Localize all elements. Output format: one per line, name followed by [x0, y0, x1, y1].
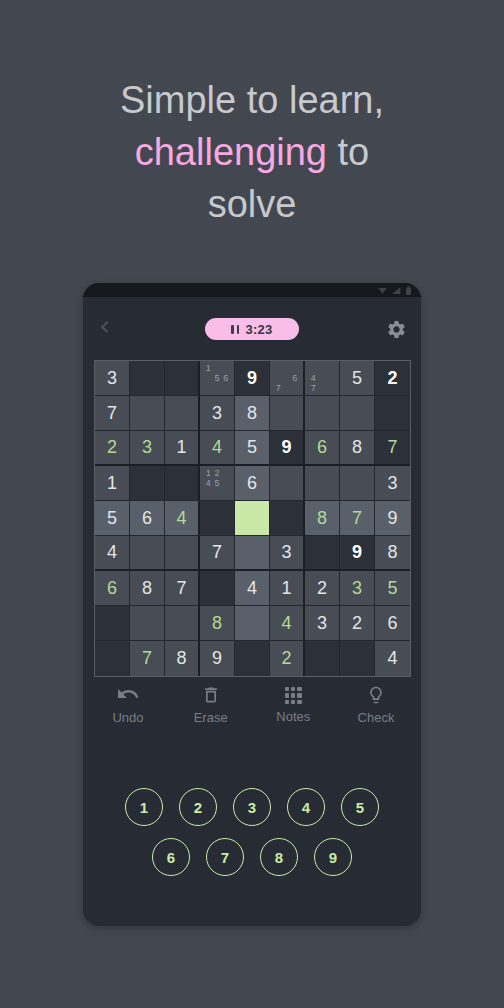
cell-digit: 4: [212, 437, 222, 458]
cell-digit: 7: [142, 648, 152, 669]
cell-r7c3[interactable]: 7: [165, 571, 200, 606]
cell-r5c2[interactable]: 6: [130, 501, 165, 536]
cell-r1c9[interactable]: 2: [375, 361, 410, 396]
cell-digit: 5: [387, 578, 397, 599]
cell-digit: 6: [317, 437, 327, 458]
cell-r7c8[interactable]: 3: [340, 571, 375, 606]
erase-button[interactable]: Erase: [180, 685, 242, 725]
cell-r3c5[interactable]: 5: [235, 431, 270, 466]
cell-digit: 6: [107, 578, 117, 599]
cell-r6c9[interactable]: 8: [375, 536, 410, 571]
cell-r3c3[interactable]: 1: [165, 431, 200, 466]
cell-digit: 6: [247, 473, 257, 494]
cell-digit: 3: [387, 473, 397, 494]
cell-digit: 7: [212, 542, 222, 563]
cell-r8c7[interactable]: 3: [305, 606, 340, 641]
cell-digit: 9: [281, 437, 291, 458]
cell-r5c3[interactable]: 4: [165, 501, 200, 536]
pause-icon: [231, 325, 239, 334]
cell-r5c8[interactable]: 7: [340, 501, 375, 536]
cell-digit: 2: [352, 613, 362, 634]
cell-digit: 3: [317, 613, 327, 634]
cell-digit: 3: [142, 437, 152, 458]
keypad-row-1: 12345: [83, 788, 421, 826]
cell-r4c1[interactable]: 1: [95, 466, 130, 501]
cell-r6c1[interactable]: 4: [95, 536, 130, 571]
cell-digit: 2: [107, 437, 117, 458]
cell-r5c6[interactable]: [270, 501, 305, 536]
cell-digit: 9: [387, 508, 397, 529]
hero-line-1: Simple to learn,: [0, 74, 504, 126]
cell-r8c1[interactable]: [95, 606, 130, 641]
hero-line-2: challenging to: [0, 126, 504, 178]
cell-digit: 6: [387, 613, 397, 634]
battery-icon: [406, 286, 411, 295]
check-button[interactable]: Check: [345, 685, 407, 725]
cell-digit: 4: [281, 613, 291, 634]
cell-r1c4[interactable]: 156: [200, 361, 235, 396]
undo-icon: [116, 685, 140, 705]
cell-digit: 8: [212, 613, 222, 634]
cell-r6c5[interactable]: [235, 536, 270, 571]
cell-r4c4[interactable]: 1245: [200, 466, 235, 501]
cell-r2c6[interactable]: [270, 396, 305, 431]
cell-r9c8[interactable]: [340, 641, 375, 676]
pencil-notes: 1245: [204, 468, 230, 498]
cell-digit: 3: [281, 542, 291, 563]
cell-digit: 2: [281, 648, 291, 669]
pencil-notes: 47: [309, 363, 335, 393]
erase-label: Erase: [194, 710, 228, 725]
keypad-5-button[interactable]: 5: [341, 788, 379, 826]
cell-r9c7[interactable]: [305, 641, 340, 676]
cell-r2c7[interactable]: [305, 396, 340, 431]
cell-r6c3[interactable]: [165, 536, 200, 571]
timer-value: 3:23: [245, 322, 272, 337]
notes-grid-icon: [285, 687, 302, 704]
toolbar: Undo Erase Notes Check: [83, 685, 421, 725]
check-label: Check: [358, 710, 395, 725]
cell-r7c1[interactable]: 6: [95, 571, 130, 606]
lightbulb-icon: [366, 685, 386, 705]
settings-button[interactable]: [386, 319, 407, 340]
cell-r1c7[interactable]: 47: [305, 361, 340, 396]
cell-r4c5[interactable]: 6: [235, 466, 270, 501]
cell-r8c8[interactable]: 2: [340, 606, 375, 641]
cell-digit: 9: [247, 368, 257, 389]
cell-digit: 2: [387, 368, 397, 389]
phone-mockup: 3:23 31569674752738231459687112456356487…: [83, 283, 421, 926]
cell-r9c5[interactable]: [235, 641, 270, 676]
keypad-7-button[interactable]: 7: [206, 838, 244, 876]
cell-r7c4[interactable]: [200, 571, 235, 606]
cell-digit: 2: [317, 578, 327, 599]
cell-r3c2[interactable]: 3: [130, 431, 165, 466]
cell-digit: 7: [352, 508, 362, 529]
cell-r8c4[interactable]: 8: [200, 606, 235, 641]
cell-r3c6[interactable]: 9: [270, 431, 305, 466]
cell-r9c4[interactable]: 9: [200, 641, 235, 676]
cell-r5c4[interactable]: [200, 501, 235, 536]
cell-r8c9[interactable]: 6: [375, 606, 410, 641]
cell-digit: 5: [107, 508, 117, 529]
cell-digit: 9: [212, 648, 222, 669]
cell-digit: 5: [352, 368, 362, 389]
cell-r2c5[interactable]: 8: [235, 396, 270, 431]
cell-r9c9[interactable]: 4: [375, 641, 410, 676]
cell-r2c3[interactable]: [165, 396, 200, 431]
cell-r3c7[interactable]: 6: [305, 431, 340, 466]
cell-r4c7[interactable]: [305, 466, 340, 501]
cell-r7c2[interactable]: 8: [130, 571, 165, 606]
cell-r6c2[interactable]: [130, 536, 165, 571]
cell-r6c7[interactable]: [305, 536, 340, 571]
notes-button[interactable]: Notes: [262, 685, 324, 725]
cell-r4c2[interactable]: [130, 466, 165, 501]
cell-r5c1[interactable]: 5: [95, 501, 130, 536]
cell-r6c4[interactable]: 7: [200, 536, 235, 571]
cell-r3c8[interactable]: 8: [340, 431, 375, 466]
cell-r6c8[interactable]: 9: [340, 536, 375, 571]
cell-digit: 7: [107, 403, 117, 424]
cell-r7c7[interactable]: 2: [305, 571, 340, 606]
cell-digit: 8: [176, 648, 186, 669]
cell-r5c5[interactable]: [235, 501, 270, 536]
cell-digit: 5: [247, 437, 257, 458]
cell-r2c2[interactable]: [130, 396, 165, 431]
cell-digit: 8: [352, 437, 362, 458]
keypad-8-button[interactable]: 8: [260, 838, 298, 876]
cell-digit: 4: [387, 648, 397, 669]
cell-r7c9[interactable]: 5: [375, 571, 410, 606]
cell-digit: 1: [281, 578, 291, 599]
pencil-notes: 156: [204, 363, 230, 393]
cell-r7c6[interactable]: 1: [270, 571, 305, 606]
cell-r9c6[interactable]: 2: [270, 641, 305, 676]
sudoku-board: 3156967475273823145968711245635648794739…: [94, 360, 411, 677]
cell-r5c9[interactable]: 9: [375, 501, 410, 536]
cell-r3c1[interactable]: 2: [95, 431, 130, 466]
back-button[interactable]: [97, 317, 121, 341]
cell-digit: 1: [176, 437, 186, 458]
timer-pill[interactable]: 3:23: [205, 318, 299, 340]
cell-digit: 1: [107, 473, 117, 494]
chevron-left-icon: [97, 319, 113, 339]
cell-r2c8[interactable]: [340, 396, 375, 431]
cell-digit: 3: [212, 403, 222, 424]
cell-digit: 8: [387, 542, 397, 563]
keypad-2-button[interactable]: 2: [179, 788, 217, 826]
keypad-row-2: 6789: [83, 838, 421, 876]
cell-r8c6[interactable]: 4: [270, 606, 305, 641]
keypad-1-button[interactable]: 1: [125, 788, 163, 826]
hero-title: Simple to learn, challenging to solve: [0, 74, 504, 230]
cell-digit: 6: [142, 508, 152, 529]
cell-r3c4[interactable]: 4: [200, 431, 235, 466]
cell-r1c1[interactable]: 3: [95, 361, 130, 396]
keypad-6-button[interactable]: 6: [152, 838, 190, 876]
cell-r4c8[interactable]: [340, 466, 375, 501]
undo-button[interactable]: Undo: [97, 685, 159, 725]
cell-digit: 3: [107, 368, 117, 389]
status-bar: [83, 283, 421, 297]
cell-digit: 8: [247, 403, 257, 424]
cell-r4c6[interactable]: [270, 466, 305, 501]
app-header: 3:23: [83, 313, 421, 345]
cell-r1c3[interactable]: [165, 361, 200, 396]
cell-r1c5[interactable]: 9: [235, 361, 270, 396]
cell-r4c3[interactable]: [165, 466, 200, 501]
cell-r9c2[interactable]: 7: [130, 641, 165, 676]
cell-r1c8[interactable]: 5: [340, 361, 375, 396]
trash-icon: [201, 685, 221, 705]
cell-r9c1[interactable]: [95, 641, 130, 676]
notes-label: Notes: [276, 709, 310, 724]
cell-r8c5[interactable]: [235, 606, 270, 641]
cell-r8c2[interactable]: [130, 606, 165, 641]
cell-r5c7[interactable]: 8: [305, 501, 340, 536]
cell-digit: 3: [352, 578, 362, 599]
cell-r9c3[interactable]: 8: [165, 641, 200, 676]
cell-r3c9[interactable]: 7: [375, 431, 410, 466]
cell-r1c2[interactable]: [130, 361, 165, 396]
cell-digit: 4: [107, 542, 117, 563]
wifi-icon: [378, 287, 387, 294]
cell-digit: 4: [176, 508, 186, 529]
undo-label: Undo: [112, 710, 143, 725]
cell-digit: 4: [247, 578, 257, 599]
gear-icon: [386, 326, 407, 343]
cell-r2c4[interactable]: 3: [200, 396, 235, 431]
pencil-notes: 67: [274, 363, 299, 393]
keypad-3-button[interactable]: 3: [233, 788, 271, 826]
cell-digit: 9: [352, 542, 362, 563]
cell-r7c5[interactable]: 4: [235, 571, 270, 606]
cell-digit: 7: [176, 578, 186, 599]
cell-r8c3[interactable]: [165, 606, 200, 641]
keypad-4-button[interactable]: 4: [287, 788, 325, 826]
cell-r2c9[interactable]: [375, 396, 410, 431]
keypad-9-button[interactable]: 9: [314, 838, 352, 876]
hero-line-3: solve: [0, 178, 504, 230]
cell-r2c1[interactable]: 7: [95, 396, 130, 431]
cell-digit: 8: [142, 578, 152, 599]
hero-highlight: challenging: [135, 131, 327, 173]
cell-r6c6[interactable]: 3: [270, 536, 305, 571]
signal-icon: [392, 287, 401, 294]
cell-r1c6[interactable]: 67: [270, 361, 305, 396]
cell-digit: 7: [387, 437, 397, 458]
cell-digit: 8: [317, 508, 327, 529]
cell-r4c9[interactable]: 3: [375, 466, 410, 501]
